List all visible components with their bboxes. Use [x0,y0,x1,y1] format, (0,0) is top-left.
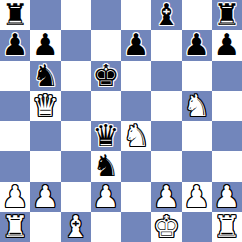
black-knight[interactable]: ♞ [32,61,59,91]
square-h7[interactable]: ♟ [212,30,242,60]
square-d2[interactable]: ♟ [91,182,121,212]
square-e2[interactable] [121,182,151,212]
black-rook[interactable]: ♜ [213,0,240,30]
white-pawn[interactable]: ♟ [92,182,119,212]
square-c2[interactable] [61,182,91,212]
square-g1[interactable] [182,212,212,242]
black-pawn[interactable]: ♟ [213,30,240,60]
white-pawn[interactable]: ♟ [183,182,210,212]
square-g2[interactable]: ♟ [182,182,212,212]
square-h1[interactable]: ♜ [212,212,242,242]
square-b3[interactable] [30,151,60,181]
square-e3[interactable] [121,151,151,181]
square-f7[interactable] [151,30,181,60]
square-e8[interactable] [121,0,151,30]
white-pawn[interactable]: ♟ [153,182,180,212]
square-a2[interactable]: ♟ [0,182,30,212]
square-g3[interactable] [182,151,212,181]
chess-board: ♜♝♜♟♟♟♟♟♞♚♛♞♛♞♞♟♟♟♟♟♟♜♝♚♜ [0,0,242,242]
white-pawn[interactable]: ♟ [213,182,240,212]
square-d6[interactable]: ♚ [91,61,121,91]
square-a5[interactable] [0,91,30,121]
black-king[interactable]: ♚ [92,61,119,91]
square-a6[interactable] [0,61,30,91]
square-f2[interactable]: ♟ [151,182,181,212]
white-pawn[interactable]: ♟ [2,182,29,212]
square-d1[interactable] [91,212,121,242]
square-h4[interactable] [212,121,242,151]
square-c5[interactable] [61,91,91,121]
square-g7[interactable]: ♟ [182,30,212,60]
black-pawn[interactable]: ♟ [183,30,210,60]
square-f3[interactable] [151,151,181,181]
square-g4[interactable] [182,121,212,151]
square-f4[interactable] [151,121,181,151]
square-c3[interactable] [61,151,91,181]
white-knight[interactable]: ♞ [183,91,210,121]
square-h3[interactable] [212,151,242,181]
square-a1[interactable]: ♜ [0,212,30,242]
square-f1[interactable]: ♚ [151,212,181,242]
square-d5[interactable] [91,91,121,121]
square-b2[interactable]: ♟ [30,182,60,212]
square-h5[interactable] [212,91,242,121]
square-b1[interactable] [30,212,60,242]
square-h2[interactable]: ♟ [212,182,242,212]
black-knight[interactable]: ♞ [92,151,119,181]
square-a3[interactable] [0,151,30,181]
white-bishop[interactable]: ♝ [62,212,89,242]
black-queen[interactable]: ♛ [92,121,119,151]
square-e6[interactable] [121,61,151,91]
square-a7[interactable]: ♟ [0,30,30,60]
square-h8[interactable]: ♜ [212,0,242,30]
square-d7[interactable] [91,30,121,60]
square-f8[interactable]: ♝ [151,0,181,30]
square-d3[interactable]: ♞ [91,151,121,181]
square-d8[interactable] [91,0,121,30]
square-b7[interactable]: ♟ [30,30,60,60]
black-pawn[interactable]: ♟ [2,30,29,60]
square-e7[interactable]: ♟ [121,30,151,60]
square-g8[interactable] [182,0,212,30]
square-b8[interactable] [30,0,60,30]
square-c1[interactable]: ♝ [61,212,91,242]
white-queen[interactable]: ♛ [32,91,59,121]
square-c8[interactable] [61,0,91,30]
square-a8[interactable]: ♜ [0,0,30,30]
square-b5[interactable]: ♛ [30,91,60,121]
square-g5[interactable]: ♞ [182,91,212,121]
square-e4[interactable]: ♞ [121,121,151,151]
black-rook[interactable]: ♜ [2,0,29,30]
white-rook[interactable]: ♜ [213,212,240,242]
square-g6[interactable] [182,61,212,91]
square-e1[interactable] [121,212,151,242]
square-b4[interactable] [30,121,60,151]
white-king[interactable]: ♚ [153,212,180,242]
black-pawn[interactable]: ♟ [123,30,150,60]
black-bishop[interactable]: ♝ [153,0,180,30]
white-pawn[interactable]: ♟ [32,182,59,212]
white-knight[interactable]: ♞ [123,121,150,151]
square-c6[interactable] [61,61,91,91]
square-f6[interactable] [151,61,181,91]
white-rook[interactable]: ♜ [2,212,29,242]
square-f5[interactable] [151,91,181,121]
square-e5[interactable] [121,91,151,121]
square-h6[interactable] [212,61,242,91]
square-d4[interactable]: ♛ [91,121,121,151]
black-pawn[interactable]: ♟ [32,30,59,60]
square-c7[interactable] [61,30,91,60]
square-a4[interactable] [0,121,30,151]
square-c4[interactable] [61,121,91,151]
square-b6[interactable]: ♞ [30,61,60,91]
